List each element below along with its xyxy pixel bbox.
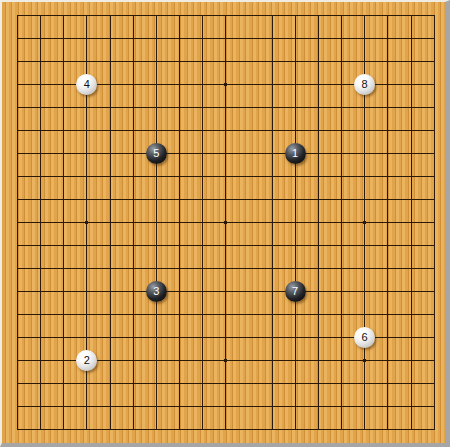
move-number: 4: [84, 79, 90, 90]
star-point: [224, 359, 227, 362]
move-number: 7: [292, 286, 298, 297]
white-stone-move-4: 4: [76, 74, 97, 95]
board-grid: 12345678: [6, 4, 445, 441]
star-point: [363, 221, 366, 224]
star-point: [224, 221, 227, 224]
star-point: [363, 359, 366, 362]
move-number: 3: [153, 286, 159, 297]
move-number: 8: [362, 79, 368, 90]
black-stone-move-3: 3: [146, 281, 167, 302]
black-stone-move-7: 7: [285, 281, 306, 302]
move-number: 1: [292, 148, 298, 159]
star-point: [224, 83, 227, 86]
move-number: 5: [153, 148, 159, 159]
star-point: [85, 221, 88, 224]
white-stone-move-6: 6: [354, 327, 375, 348]
board-frame: 12345678: [0, 0, 450, 447]
go-board[interactable]: 12345678: [2, 2, 445, 443]
move-number: 2: [84, 355, 90, 366]
black-stone-move-5: 5: [146, 143, 167, 164]
black-stone-move-1: 1: [285, 143, 306, 164]
move-number: 6: [362, 332, 368, 343]
white-stone-move-2: 2: [76, 350, 97, 371]
white-stone-move-8: 8: [354, 74, 375, 95]
